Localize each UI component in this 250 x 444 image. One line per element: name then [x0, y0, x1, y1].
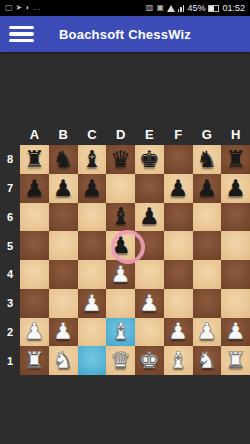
square-a5[interactable] [20, 231, 49, 260]
status-bar: ▢ ➤ ◗ … ▨ ▣ 45% 01:52 [0, 0, 250, 16]
file-label-f: F [164, 123, 193, 145]
square-e2[interactable] [135, 318, 164, 347]
square-f2[interactable]: ♟ [164, 318, 193, 347]
white-knight[interactable]: ♞ [53, 349, 74, 372]
white-pawn[interactable]: ♟ [82, 292, 103, 315]
black-pawn[interactable]: ♟ [110, 234, 131, 257]
wifi-icon [167, 5, 175, 12]
rank-label-5: 5 [0, 231, 20, 260]
rank-label-3: 3 [0, 289, 20, 318]
square-d7[interactable] [106, 174, 135, 203]
square-d8[interactable]: ♛ [106, 145, 135, 174]
square-e1[interactable]: ♚ [135, 346, 164, 375]
white-pawn[interactable]: ♟ [110, 263, 131, 286]
file-label-e: E [135, 123, 164, 145]
phone-screen: ▢ ➤ ◗ … ▨ ▣ 45% 01:52 Boachsoft ChessWiz… [0, 0, 250, 444]
square-d6[interactable]: ♝ [106, 203, 135, 232]
rank-label-6: 6 [0, 203, 20, 232]
square-g3[interactable] [193, 289, 222, 318]
black-queen[interactable]: ♛ [110, 148, 131, 171]
battery-percent: 45% [187, 4, 205, 13]
square-g5[interactable] [193, 231, 222, 260]
square-e8[interactable]: ♚ [135, 145, 164, 174]
square-c1[interactable] [78, 346, 107, 375]
square-e3[interactable]: ♟ [135, 289, 164, 318]
app-title: Boachsoft ChessWiz [0, 27, 250, 42]
file-label-c: C [78, 123, 107, 145]
file-label-b: B [49, 123, 78, 145]
square-d4[interactable]: ♟ [106, 260, 135, 289]
screenshot-icon: ▣ [156, 4, 164, 12]
black-pawn[interactable]: ♟ [139, 205, 160, 228]
square-f8[interactable] [164, 145, 193, 174]
white-bishop[interactable]: ♝ [110, 320, 131, 343]
square-g4[interactable] [193, 260, 222, 289]
app-bar: Boachsoft ChessWiz [0, 16, 250, 52]
square-e7[interactable] [135, 174, 164, 203]
square-a3[interactable] [20, 289, 49, 318]
white-rook[interactable]: ♜ [24, 349, 45, 372]
square-f5[interactable] [164, 231, 193, 260]
square-c5[interactable] [78, 231, 107, 260]
square-f1[interactable]: ♝ [164, 346, 193, 375]
square-h6[interactable] [221, 203, 250, 232]
battery-icon [208, 5, 219, 12]
black-bishop[interactable]: ♝ [110, 205, 131, 228]
twitter-icon: ◗ [25, 4, 30, 12]
square-g6[interactable] [193, 203, 222, 232]
black-pawn[interactable]: ♟ [82, 177, 103, 200]
square-h1[interactable]: ♜ [221, 346, 250, 375]
square-a4[interactable] [20, 260, 49, 289]
black-knight[interactable]: ♞ [53, 148, 74, 171]
status-notification-icons: ▢ ➤ ◗ … [5, 4, 41, 12]
square-h2[interactable]: ♟ [221, 318, 250, 347]
black-bishop[interactable]: ♝ [82, 148, 103, 171]
white-pawn[interactable]: ♟ [24, 320, 45, 343]
square-b8[interactable]: ♞ [49, 145, 78, 174]
telegram-icon: ➤ [16, 4, 23, 12]
square-e5[interactable] [135, 231, 164, 260]
white-pawn[interactable]: ♟ [53, 320, 74, 343]
board-zone: ABCDEFGH 87654321 ♜♞♝♛♚♞♜♟♟♟♟♟♟♝♟♟♟♟♟♟♟♝… [0, 123, 250, 375]
file-label-d: D [106, 123, 135, 145]
file-labels: ABCDEFGH [20, 123, 250, 145]
black-rook[interactable]: ♜ [225, 148, 246, 171]
white-bishop[interactable]: ♝ [168, 349, 189, 372]
cell-signal-icon [178, 5, 185, 12]
black-king[interactable]: ♚ [139, 148, 160, 171]
square-b5[interactable] [49, 231, 78, 260]
square-e6[interactable]: ♟ [135, 203, 164, 232]
white-knight[interactable]: ♞ [197, 349, 218, 372]
file-label-h: H [221, 123, 250, 145]
square-a1[interactable]: ♜ [20, 346, 49, 375]
white-rook[interactable]: ♜ [225, 349, 246, 372]
square-h5[interactable] [221, 231, 250, 260]
white-pawn[interactable]: ♟ [225, 320, 246, 343]
square-d3[interactable] [106, 289, 135, 318]
black-pawn[interactable]: ♟ [168, 177, 189, 200]
file-label-a: A [20, 123, 49, 145]
square-c3[interactable]: ♟ [78, 289, 107, 318]
square-c2[interactable] [78, 318, 107, 347]
square-h7[interactable]: ♟ [221, 174, 250, 203]
black-pawn[interactable]: ♟ [197, 177, 218, 200]
square-h3[interactable] [221, 289, 250, 318]
overflow-dots: … [33, 4, 41, 12]
square-d2[interactable]: ♝ [106, 318, 135, 347]
square-d5[interactable]: ♟ [106, 231, 135, 260]
square-h4[interactable] [221, 260, 250, 289]
white-pawn[interactable]: ♟ [197, 320, 218, 343]
black-pawn[interactable]: ♟ [225, 177, 246, 200]
rank-label-2: 2 [0, 318, 20, 347]
status-system-icons: ▨ ▣ 45% 01:52 [146, 4, 245, 13]
square-b3[interactable] [49, 289, 78, 318]
square-g1[interactable]: ♞ [193, 346, 222, 375]
square-b7[interactable]: ♟ [49, 174, 78, 203]
clock: 01:52 [222, 4, 245, 13]
square-g8[interactable]: ♞ [193, 145, 222, 174]
square-f3[interactable] [164, 289, 193, 318]
white-king[interactable]: ♚ [139, 349, 160, 372]
rank-label-1: 1 [0, 346, 20, 375]
square-a8[interactable]: ♜ [20, 145, 49, 174]
square-c8[interactable]: ♝ [78, 145, 107, 174]
black-pawn[interactable]: ♟ [24, 177, 45, 200]
square-b6[interactable] [49, 203, 78, 232]
data-saver-icon: ▨ [146, 4, 154, 12]
rank-labels: 87654321 [0, 145, 20, 375]
white-queen[interactable]: ♛ [110, 349, 131, 372]
square-e4[interactable] [135, 260, 164, 289]
square-a6[interactable] [20, 203, 49, 232]
square-g7[interactable]: ♟ [193, 174, 222, 203]
rank-label-8: 8 [0, 145, 20, 174]
square-c6[interactable] [78, 203, 107, 232]
square-b1[interactable]: ♞ [49, 346, 78, 375]
square-a2[interactable]: ♟ [20, 318, 49, 347]
square-c7[interactable]: ♟ [78, 174, 107, 203]
recent-apps-icon: ▢ [5, 4, 13, 12]
square-f4[interactable] [164, 260, 193, 289]
file-label-g: G [193, 123, 222, 145]
black-rook[interactable]: ♜ [24, 148, 45, 171]
black-knight[interactable]: ♞ [197, 148, 218, 171]
square-b2[interactable]: ♟ [49, 318, 78, 347]
square-c4[interactable] [78, 260, 107, 289]
white-pawn[interactable]: ♟ [168, 320, 189, 343]
rank-label-7: 7 [0, 174, 20, 203]
board[interactable]: ♜♞♝♛♚♞♜♟♟♟♟♟♟♝♟♟♟♟♟♟♟♝♟♟♟♜♞♛♚♝♞♜ [20, 145, 250, 375]
square-f7[interactable]: ♟ [164, 174, 193, 203]
rank-label-4: 4 [0, 260, 20, 289]
square-g2[interactable]: ♟ [193, 318, 222, 347]
square-a7[interactable]: ♟ [20, 174, 49, 203]
square-h8[interactable]: ♜ [221, 145, 250, 174]
square-b4[interactable] [49, 260, 78, 289]
square-d1[interactable]: ♛ [106, 346, 135, 375]
square-f6[interactable] [164, 203, 193, 232]
white-pawn[interactable]: ♟ [139, 292, 160, 315]
black-pawn[interactable]: ♟ [53, 177, 74, 200]
